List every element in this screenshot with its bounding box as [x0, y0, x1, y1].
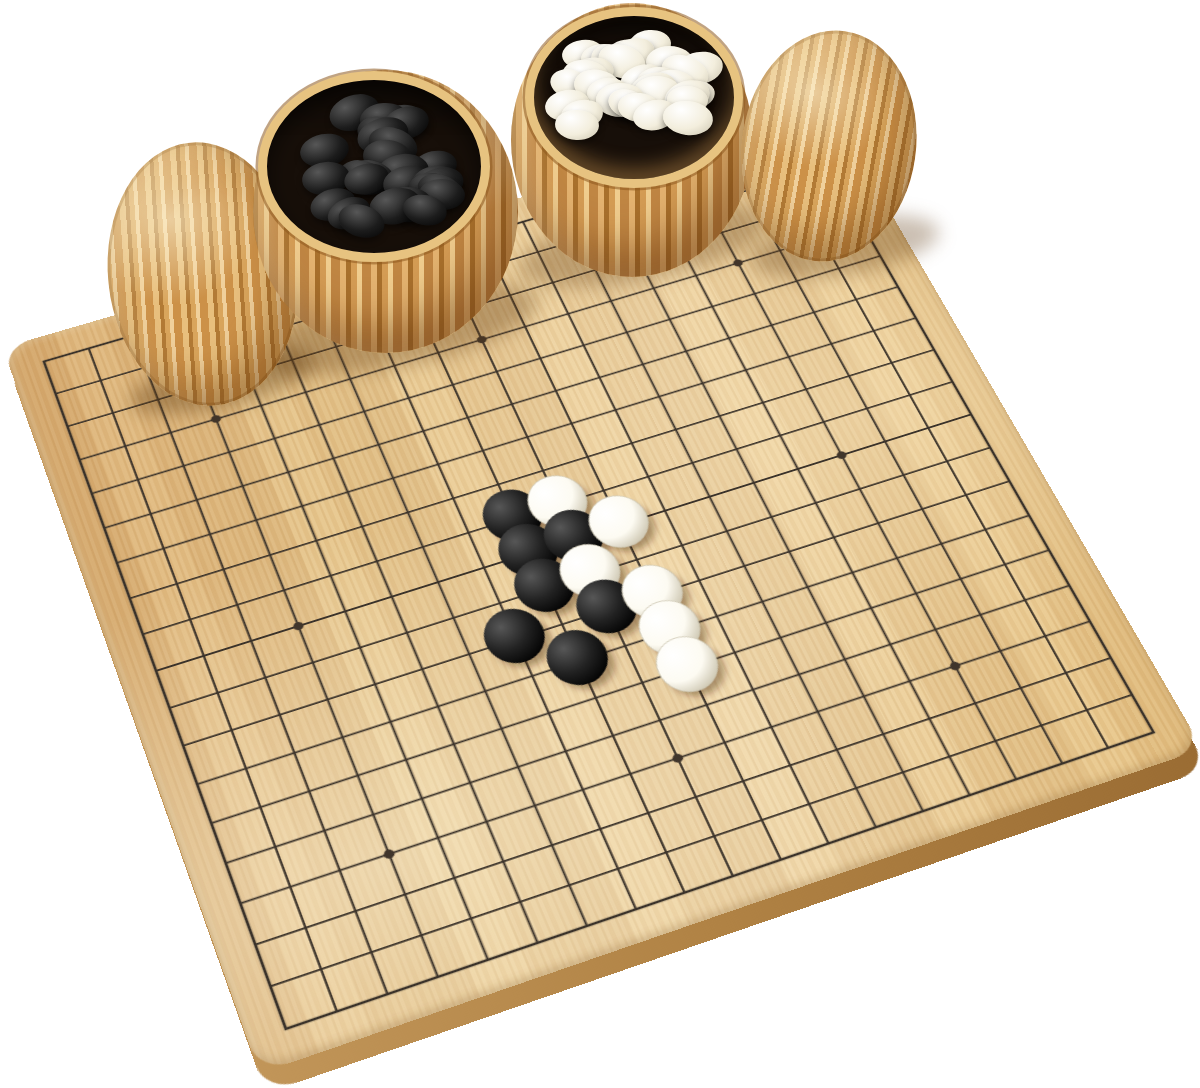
black-bowl-stones [267, 80, 481, 253]
black-bowl-opening [258, 71, 490, 262]
white-bowl-opening [525, 7, 743, 188]
go-set-product-photo [0, 0, 1200, 1088]
black-stone-bowl [253, 70, 518, 353]
white-bowl-stones [534, 16, 734, 179]
white-stone-bowl [511, 3, 753, 277]
